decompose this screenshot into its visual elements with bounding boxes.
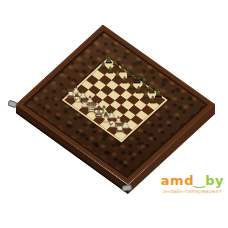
brand-tagline: онлайн-гипермаркет <box>161 189 224 194</box>
product-photo: ♜♞♝♛♚♝♞♜♟♟♟♟♟♟♟♟♟♟♟♟♟♟♟♟♜♞♝♛♚♝♞♜ amd‿by … <box>0 0 228 228</box>
brand-by: by <box>205 173 224 188</box>
brand-amd: amd <box>161 173 194 188</box>
brand-logo: amd‿by <box>161 174 224 187</box>
playing-field <box>62 58 168 143</box>
brand-tie-icon: ‿ <box>194 173 205 188</box>
watermark: amd‿by онлайн-гипермаркет <box>161 174 224 194</box>
